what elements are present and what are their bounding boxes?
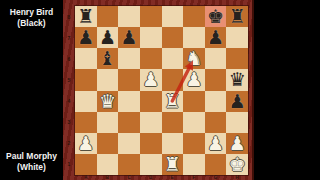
square-g6[interactable]	[205, 48, 227, 69]
square-d1[interactable]	[140, 154, 162, 175]
square-h2[interactable]: ♟	[226, 133, 248, 154]
rank-label-3: 3	[63, 112, 75, 133]
square-g2[interactable]: ♟	[205, 133, 227, 154]
square-a6[interactable]	[75, 48, 97, 69]
board-squares: ♜♚♜♟♟♟♟♝♞♟♟♛♛♜♟♟♟♟♜♚	[75, 6, 248, 175]
square-a7[interactable]: ♟	[75, 27, 97, 48]
square-h5[interactable]: ♛	[226, 69, 248, 90]
square-d2[interactable]	[140, 133, 162, 154]
player-black-color: (Black)	[0, 18, 63, 29]
square-e6[interactable]	[162, 48, 184, 69]
black-pawn-g7[interactable]: ♟	[207, 28, 224, 47]
square-b8[interactable]	[97, 6, 119, 27]
square-c5[interactable]	[118, 69, 140, 90]
square-b5[interactable]	[97, 69, 119, 90]
square-c3[interactable]	[118, 112, 140, 133]
white-king-h1[interactable]: ♚	[229, 154, 246, 173]
square-f5[interactable]: ♟	[183, 69, 205, 90]
square-h3[interactable]	[226, 112, 248, 133]
video-frame: Henry Bird (Black) Paul Morphy (White) 8…	[0, 0, 320, 180]
square-e3[interactable]	[162, 112, 184, 133]
white-rook-e4[interactable]: ♜	[164, 91, 181, 110]
black-pawn-c7[interactable]: ♟	[121, 28, 138, 47]
square-g8[interactable]: ♚	[205, 6, 227, 27]
black-pawn-b7[interactable]: ♟	[99, 28, 116, 47]
square-a4[interactable]	[75, 91, 97, 112]
square-d3[interactable]	[140, 112, 162, 133]
rank-label-4: 4	[63, 91, 75, 112]
square-g1[interactable]	[205, 154, 227, 175]
square-f1[interactable]	[183, 154, 205, 175]
square-h1[interactable]: ♚	[226, 154, 248, 175]
file-label-d: D	[140, 175, 162, 180]
file-label-b: B	[97, 175, 119, 180]
square-b1[interactable]	[97, 154, 119, 175]
square-e1[interactable]: ♜	[162, 154, 184, 175]
rank-label-5: 5	[63, 69, 75, 90]
square-f2[interactable]	[183, 133, 205, 154]
square-d8[interactable]	[140, 6, 162, 27]
player-white-name: Paul Morphy	[0, 151, 63, 162]
black-pawn-a7[interactable]: ♟	[77, 28, 94, 47]
square-c7[interactable]: ♟	[118, 27, 140, 48]
square-h8[interactable]: ♜	[226, 6, 248, 27]
file-labels: ABCDEFGH	[75, 175, 248, 180]
square-b4[interactable]: ♛	[97, 91, 119, 112]
square-c8[interactable]	[118, 6, 140, 27]
white-knight-f6[interactable]: ♞	[185, 49, 202, 68]
white-pawn-a2[interactable]: ♟	[77, 133, 94, 152]
square-c1[interactable]	[118, 154, 140, 175]
square-d6[interactable]	[140, 48, 162, 69]
black-rook-a8[interactable]: ♜	[77, 7, 94, 26]
square-e8[interactable]	[162, 6, 184, 27]
square-a3[interactable]	[75, 112, 97, 133]
square-f3[interactable]	[183, 112, 205, 133]
square-g7[interactable]: ♟	[205, 27, 227, 48]
black-pawn-h4[interactable]: ♟	[229, 91, 246, 110]
square-g4[interactable]	[205, 91, 227, 112]
square-a1[interactable]	[75, 154, 97, 175]
white-pawn-g2[interactable]: ♟	[207, 133, 224, 152]
white-queen-b4[interactable]: ♛	[99, 91, 116, 110]
square-f7[interactable]	[183, 27, 205, 48]
rank-label-8: 8	[63, 6, 75, 27]
square-e2[interactable]	[162, 133, 184, 154]
file-label-g: G	[205, 175, 227, 180]
square-h7[interactable]	[226, 27, 248, 48]
square-c2[interactable]	[118, 133, 140, 154]
square-b7[interactable]: ♟	[97, 27, 119, 48]
square-d4[interactable]	[140, 91, 162, 112]
rank-label-2: 2	[63, 133, 75, 154]
black-king-g8[interactable]: ♚	[207, 7, 224, 26]
square-b3[interactable]	[97, 112, 119, 133]
square-c6[interactable]	[118, 48, 140, 69]
white-pawn-f5[interactable]: ♟	[185, 70, 202, 89]
square-a8[interactable]: ♜	[75, 6, 97, 27]
chess-board: 87654321 ♜♚♜♟♟♟♟♝♞♟♟♛♛♜♟♟♟♟♜♚ ABCDEFGH	[63, 0, 254, 180]
square-e4[interactable]: ♜	[162, 91, 184, 112]
file-label-a: A	[75, 175, 97, 180]
black-queen-h5[interactable]: ♛	[229, 70, 246, 89]
black-rook-h8[interactable]: ♜	[229, 7, 246, 26]
file-label-c: C	[118, 175, 140, 180]
rank-label-1: 1	[63, 154, 75, 175]
square-b6[interactable]: ♝	[97, 48, 119, 69]
square-e7[interactable]	[162, 27, 184, 48]
square-g3[interactable]	[205, 112, 227, 133]
square-h6[interactable]	[226, 48, 248, 69]
square-d7[interactable]	[140, 27, 162, 48]
square-a5[interactable]	[75, 69, 97, 90]
square-h4[interactable]: ♟	[226, 91, 248, 112]
square-f6[interactable]: ♞	[183, 48, 205, 69]
rank-label-6: 6	[63, 48, 75, 69]
white-pawn-d5[interactable]: ♟	[142, 70, 159, 89]
square-f8[interactable]	[183, 6, 205, 27]
square-b2[interactable]	[97, 133, 119, 154]
square-a2[interactable]: ♟	[75, 133, 97, 154]
player-black-name: Henry Bird	[0, 7, 63, 18]
square-f4[interactable]	[183, 91, 205, 112]
square-e5[interactable]	[162, 69, 184, 90]
white-rook-e1[interactable]: ♜	[164, 154, 181, 173]
player-black-label: Henry Bird (Black)	[0, 7, 63, 29]
rank-labels: 87654321	[63, 6, 75, 175]
square-d5[interactable]: ♟	[140, 69, 162, 90]
file-label-h: H	[226, 175, 248, 180]
file-label-e: E	[162, 175, 184, 180]
rank-label-7: 7	[63, 27, 75, 48]
player-white-label: Paul Morphy (White)	[0, 151, 63, 173]
square-c4[interactable]	[118, 91, 140, 112]
square-g5[interactable]	[205, 69, 227, 90]
file-label-f: F	[183, 175, 205, 180]
player-white-color: (White)	[0, 162, 63, 173]
black-bishop-b6[interactable]: ♝	[99, 49, 116, 68]
white-pawn-h2[interactable]: ♟	[229, 133, 246, 152]
